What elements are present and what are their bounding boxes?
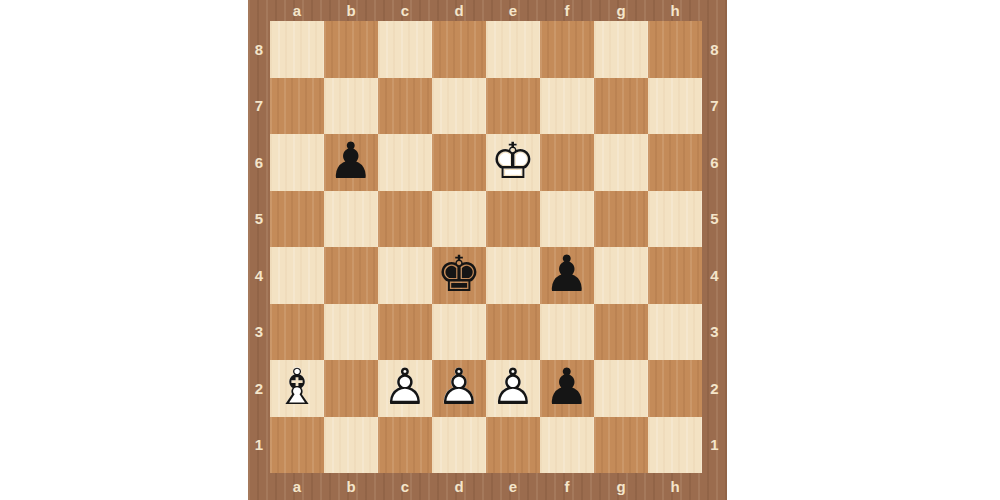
- square-b2[interactable]: [324, 360, 378, 417]
- square-e4[interactable]: [486, 247, 540, 304]
- bishop-outline-glyph: ♗: [275, 362, 320, 412]
- file-label-top-b: b: [324, 0, 378, 21]
- square-h4[interactable]: [648, 247, 702, 304]
- king-outline-glyph: ♔: [491, 136, 536, 186]
- file-label-bottom-d: d: [432, 473, 486, 500]
- square-a6[interactable]: [270, 134, 324, 191]
- piece-white-pawn-d2[interactable]: ♟♙: [432, 360, 486, 417]
- rank-label-right-5: 5: [702, 191, 727, 248]
- rank-label-right-6: 6: [702, 134, 727, 191]
- rank-label-left-4: 4: [248, 247, 270, 304]
- square-e8[interactable]: [486, 21, 540, 78]
- square-g1[interactable]: [594, 417, 648, 474]
- square-d4[interactable]: ♚: [432, 247, 486, 304]
- file-label-bottom-f: f: [540, 473, 594, 500]
- square-g6[interactable]: [594, 134, 648, 191]
- square-f7[interactable]: [540, 78, 594, 135]
- square-a8[interactable]: [270, 21, 324, 78]
- square-e3[interactable]: [486, 304, 540, 361]
- piece-black-king-d4[interactable]: ♚: [432, 247, 486, 304]
- rank-labels-right: 87654321: [702, 21, 727, 473]
- file-labels-bottom: abcdefgh: [270, 473, 702, 500]
- rank-label-left-8: 8: [248, 21, 270, 78]
- square-b4[interactable]: [324, 247, 378, 304]
- square-f1[interactable]: [540, 417, 594, 474]
- square-f2[interactable]: ♟: [540, 360, 594, 417]
- rank-labels-left: 87654321: [248, 21, 270, 473]
- piece-black-pawn-f4[interactable]: ♟: [540, 247, 594, 304]
- square-a1[interactable]: [270, 417, 324, 474]
- rank-label-right-2: 2: [702, 360, 727, 417]
- file-label-top-f: f: [540, 0, 594, 21]
- square-a2[interactable]: ♝♗: [270, 360, 324, 417]
- rank-label-right-1: 1: [702, 417, 727, 474]
- file-label-bottom-c: c: [378, 473, 432, 500]
- square-h8[interactable]: [648, 21, 702, 78]
- square-d8[interactable]: [432, 21, 486, 78]
- square-e5[interactable]: [486, 191, 540, 248]
- file-labels-top: abcdefgh: [270, 0, 702, 21]
- file-label-bottom-a: a: [270, 473, 324, 500]
- file-label-bottom-h: h: [648, 473, 702, 500]
- square-g3[interactable]: [594, 304, 648, 361]
- square-c3[interactable]: [378, 304, 432, 361]
- square-c6[interactable]: [378, 134, 432, 191]
- pawn-outline-glyph: ♙: [383, 362, 428, 412]
- file-label-top-g: g: [594, 0, 648, 21]
- square-a5[interactable]: [270, 191, 324, 248]
- square-f4[interactable]: ♟: [540, 247, 594, 304]
- board-frame: abcdefgh abcdefgh 87654321 87654321 ♟♚♔♚…: [248, 0, 727, 500]
- square-h3[interactable]: [648, 304, 702, 361]
- square-c1[interactable]: [378, 417, 432, 474]
- square-d1[interactable]: [432, 417, 486, 474]
- square-f3[interactable]: [540, 304, 594, 361]
- file-label-top-c: c: [378, 0, 432, 21]
- square-h6[interactable]: [648, 134, 702, 191]
- square-h5[interactable]: [648, 191, 702, 248]
- square-a7[interactable]: [270, 78, 324, 135]
- chess-diagram: abcdefgh abcdefgh 87654321 87654321 ♟♚♔♚…: [0, 0, 1000, 500]
- square-f6[interactable]: [540, 134, 594, 191]
- square-g5[interactable]: [594, 191, 648, 248]
- square-g8[interactable]: [594, 21, 648, 78]
- square-e2[interactable]: ♟♙: [486, 360, 540, 417]
- square-g4[interactable]: [594, 247, 648, 304]
- square-b3[interactable]: [324, 304, 378, 361]
- file-label-bottom-g: g: [594, 473, 648, 500]
- rank-label-left-1: 1: [248, 417, 270, 474]
- chess-board: ♟♚♔♚♟♝♗♟♙♟♙♟♙♟: [270, 21, 702, 473]
- piece-white-bishop-a2[interactable]: ♝♗: [270, 360, 324, 417]
- square-h2[interactable]: [648, 360, 702, 417]
- piece-white-pawn-c2[interactable]: ♟♙: [378, 360, 432, 417]
- square-g7[interactable]: [594, 78, 648, 135]
- rank-label-right-4: 4: [702, 247, 727, 304]
- piece-black-pawn-f2[interactable]: ♟: [540, 360, 594, 417]
- pawn-glyph: ♟: [329, 136, 374, 186]
- square-d7[interactable]: [432, 78, 486, 135]
- pawn-glyph: ♟: [545, 362, 590, 412]
- square-d2[interactable]: ♟♙: [432, 360, 486, 417]
- square-c5[interactable]: [378, 191, 432, 248]
- square-b6[interactable]: ♟: [324, 134, 378, 191]
- square-e7[interactable]: [486, 78, 540, 135]
- square-a4[interactable]: [270, 247, 324, 304]
- square-c7[interactable]: [378, 78, 432, 135]
- square-e1[interactable]: [486, 417, 540, 474]
- file-label-top-h: h: [648, 0, 702, 21]
- square-c2[interactable]: ♟♙: [378, 360, 432, 417]
- square-f5[interactable]: [540, 191, 594, 248]
- square-b8[interactable]: [324, 21, 378, 78]
- square-f8[interactable]: [540, 21, 594, 78]
- piece-white-king-e6[interactable]: ♚♔: [486, 134, 540, 191]
- square-c4[interactable]: [378, 247, 432, 304]
- rank-label-right-7: 7: [702, 78, 727, 135]
- file-label-top-e: e: [486, 0, 540, 21]
- file-label-bottom-e: e: [486, 473, 540, 500]
- square-e6[interactable]: ♚♔: [486, 134, 540, 191]
- piece-black-pawn-b6[interactable]: ♟: [324, 134, 378, 191]
- rank-label-left-3: 3: [248, 304, 270, 361]
- square-b5[interactable]: [324, 191, 378, 248]
- rank-label-right-3: 3: [702, 304, 727, 361]
- square-g2[interactable]: [594, 360, 648, 417]
- square-h1[interactable]: [648, 417, 702, 474]
- square-d5[interactable]: [432, 191, 486, 248]
- square-c8[interactable]: [378, 21, 432, 78]
- square-b1[interactable]: [324, 417, 378, 474]
- file-label-top-a: a: [270, 0, 324, 21]
- square-d3[interactable]: [432, 304, 486, 361]
- rank-label-left-7: 7: [248, 78, 270, 135]
- pawn-glyph: ♟: [545, 249, 590, 299]
- rank-label-left-2: 2: [248, 360, 270, 417]
- rank-label-right-8: 8: [702, 21, 727, 78]
- king-glyph: ♚: [437, 249, 482, 299]
- square-a3[interactable]: [270, 304, 324, 361]
- file-label-bottom-b: b: [324, 473, 378, 500]
- square-h7[interactable]: [648, 78, 702, 135]
- file-label-top-d: d: [432, 0, 486, 21]
- rank-label-left-5: 5: [248, 191, 270, 248]
- rank-label-left-6: 6: [248, 134, 270, 191]
- piece-white-pawn-e2[interactable]: ♟♙: [486, 360, 540, 417]
- pawn-outline-glyph: ♙: [491, 362, 536, 412]
- square-b7[interactable]: [324, 78, 378, 135]
- pawn-outline-glyph: ♙: [437, 362, 482, 412]
- square-d6[interactable]: [432, 134, 486, 191]
